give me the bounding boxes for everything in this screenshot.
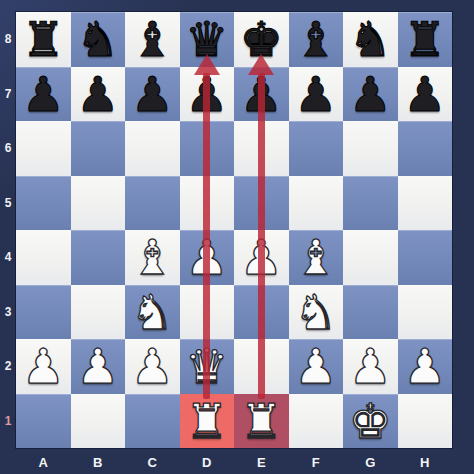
rank-label-7: 7	[0, 67, 16, 122]
square-f7[interactable]: ♟	[289, 67, 344, 122]
square-g1[interactable]: ♚	[343, 394, 398, 449]
chess-board-frame: 87654321 ♜♞♝♛♚♝♞♜♟♟♟♟♟♟♟♟♝♟♟♝♞♞♟♟♟♛♟♟♟♜♜…	[0, 0, 474, 474]
square-b5[interactable]	[71, 176, 126, 231]
square-a4[interactable]	[16, 230, 71, 285]
piece-white-knight-f3[interactable]: ♞	[294, 285, 337, 340]
square-c8[interactable]: ♝	[125, 12, 180, 67]
rank-label-2: 2	[0, 339, 16, 394]
square-d6[interactable]	[180, 121, 235, 176]
piece-white-pawn-b2[interactable]: ♟	[76, 339, 119, 394]
square-c5[interactable]	[125, 176, 180, 231]
square-a6[interactable]	[16, 121, 71, 176]
file-label-G: G	[343, 448, 398, 474]
rank-label-5: 5	[0, 176, 16, 231]
square-a8[interactable]: ♜	[16, 12, 71, 67]
square-d1[interactable]: ♜	[180, 394, 235, 449]
piece-white-queen-d2[interactable]: ♛	[185, 339, 228, 394]
file-label-F: F	[289, 448, 344, 474]
piece-white-pawn-f2[interactable]: ♟	[294, 339, 337, 394]
square-h8[interactable]: ♜	[398, 12, 453, 67]
rank-label-6: 6	[0, 121, 16, 176]
square-g3[interactable]	[343, 285, 398, 340]
square-e2[interactable]	[234, 339, 289, 394]
square-c4[interactable]: ♝	[125, 230, 180, 285]
piece-white-rook-e1[interactable]: ♜	[240, 394, 283, 449]
square-a5[interactable]	[16, 176, 71, 231]
piece-black-bishop-f8[interactable]: ♝	[294, 12, 337, 67]
square-f6[interactable]	[289, 121, 344, 176]
square-b8[interactable]: ♞	[71, 12, 126, 67]
rank-coordinates: 87654321	[0, 12, 16, 448]
square-a7[interactable]: ♟	[16, 67, 71, 122]
piece-white-king-g1[interactable]: ♚	[349, 394, 392, 449]
square-e1[interactable]: ♜	[234, 394, 289, 449]
file-label-E: E	[234, 448, 289, 474]
piece-black-pawn-g7[interactable]: ♟	[349, 67, 392, 122]
square-c2[interactable]: ♟	[125, 339, 180, 394]
piece-black-bishop-c8[interactable]: ♝	[131, 12, 174, 67]
piece-black-pawn-e7[interactable]: ♟	[240, 67, 283, 122]
square-f4[interactable]: ♝	[289, 230, 344, 285]
piece-white-rook-d1[interactable]: ♜	[185, 394, 228, 449]
rank-label-4: 4	[0, 230, 16, 285]
square-b6[interactable]	[71, 121, 126, 176]
square-d5[interactable]	[180, 176, 235, 231]
square-h2[interactable]: ♟	[398, 339, 453, 394]
piece-white-pawn-c2[interactable]: ♟	[131, 339, 174, 394]
piece-black-queen-d8[interactable]: ♛	[185, 12, 228, 67]
square-d3[interactable]	[180, 285, 235, 340]
square-f3[interactable]: ♞	[289, 285, 344, 340]
square-b4[interactable]	[71, 230, 126, 285]
file-label-A: A	[16, 448, 71, 474]
file-label-B: B	[71, 448, 126, 474]
rank-label-3: 3	[0, 285, 16, 340]
piece-black-rook-h8[interactable]: ♜	[403, 12, 446, 67]
square-e4[interactable]: ♟	[234, 230, 289, 285]
square-f8[interactable]: ♝	[289, 12, 344, 67]
square-h4[interactable]	[398, 230, 453, 285]
file-label-H: H	[398, 448, 453, 474]
square-d4[interactable]: ♟	[180, 230, 235, 285]
piece-white-bishop-f4[interactable]: ♝	[294, 230, 337, 285]
square-g7[interactable]: ♟	[343, 67, 398, 122]
piece-black-pawn-a7[interactable]: ♟	[22, 67, 65, 122]
file-label-C: C	[125, 448, 180, 474]
square-b7[interactable]: ♟	[71, 67, 126, 122]
square-c7[interactable]: ♟	[125, 67, 180, 122]
square-h6[interactable]	[398, 121, 453, 176]
square-b3[interactable]	[71, 285, 126, 340]
square-d8[interactable]: ♛	[180, 12, 235, 67]
square-g4[interactable]	[343, 230, 398, 285]
square-c1[interactable]	[125, 394, 180, 449]
piece-white-pawn-g2[interactable]: ♟	[349, 339, 392, 394]
rank-label-1: 1	[0, 394, 16, 449]
square-h7[interactable]: ♟	[398, 67, 453, 122]
square-a2[interactable]: ♟	[16, 339, 71, 394]
square-g2[interactable]: ♟	[343, 339, 398, 394]
piece-black-king-e8[interactable]: ♚	[240, 12, 283, 67]
piece-black-pawn-f7[interactable]: ♟	[294, 67, 337, 122]
file-label-D: D	[180, 448, 235, 474]
square-h1[interactable]	[398, 394, 453, 449]
square-f1[interactable]	[289, 394, 344, 449]
piece-black-pawn-b7[interactable]: ♟	[76, 67, 119, 122]
piece-white-knight-c3[interactable]: ♞	[131, 285, 174, 340]
piece-white-pawn-a2[interactable]: ♟	[22, 339, 65, 394]
square-c3[interactable]: ♞	[125, 285, 180, 340]
square-b2[interactable]: ♟	[71, 339, 126, 394]
square-e6[interactable]	[234, 121, 289, 176]
chess-board: ♜♞♝♛♚♝♞♜♟♟♟♟♟♟♟♟♝♟♟♝♞♞♟♟♟♛♟♟♟♜♜♚	[16, 12, 452, 448]
piece-white-pawn-d4[interactable]: ♟	[185, 230, 228, 285]
piece-black-knight-b8[interactable]: ♞	[76, 12, 119, 67]
piece-black-pawn-c7[interactable]: ♟	[131, 67, 174, 122]
square-f2[interactable]: ♟	[289, 339, 344, 394]
square-g6[interactable]	[343, 121, 398, 176]
piece-white-pawn-e4[interactable]: ♟	[240, 230, 283, 285]
piece-black-rook-a8[interactable]: ♜	[22, 12, 65, 67]
square-h3[interactable]	[398, 285, 453, 340]
piece-white-pawn-h2[interactable]: ♟	[403, 339, 446, 394]
piece-white-bishop-c4[interactable]: ♝	[131, 230, 174, 285]
rank-label-8: 8	[0, 12, 16, 67]
square-f5[interactable]	[289, 176, 344, 231]
square-a3[interactable]	[16, 285, 71, 340]
square-g5[interactable]	[343, 176, 398, 231]
square-a1[interactable]	[16, 394, 71, 449]
square-e3[interactable]	[234, 285, 289, 340]
square-h5[interactable]	[398, 176, 453, 231]
piece-black-knight-g8[interactable]: ♞	[349, 12, 392, 67]
square-e8[interactable]: ♚	[234, 12, 289, 67]
piece-black-pawn-h7[interactable]: ♟	[403, 67, 446, 122]
square-d7[interactable]: ♟	[180, 67, 235, 122]
square-e7[interactable]: ♟	[234, 67, 289, 122]
square-d2[interactable]: ♛	[180, 339, 235, 394]
square-g8[interactable]: ♞	[343, 12, 398, 67]
square-e5[interactable]	[234, 176, 289, 231]
square-c6[interactable]	[125, 121, 180, 176]
square-b1[interactable]	[71, 394, 126, 449]
piece-black-pawn-d7[interactable]: ♟	[185, 67, 228, 122]
file-coordinates: ABCDEFGH	[16, 448, 452, 474]
